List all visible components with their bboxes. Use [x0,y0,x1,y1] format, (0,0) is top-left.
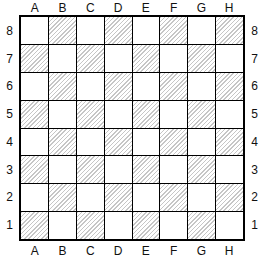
square-d4[interactable] [105,129,132,156]
rank-label-2: 2 [0,184,19,212]
square-h8[interactable] [216,17,243,44]
square-a8[interactable] [21,17,48,44]
square-e2[interactable] [133,184,160,211]
square-h6[interactable] [216,73,243,100]
square-h2[interactable] [216,184,243,211]
square-e5[interactable] [133,101,160,128]
square-f6[interactable] [160,73,187,100]
square-d3[interactable] [105,156,132,183]
rank-label-5: 5 [0,100,19,128]
square-f7[interactable] [160,45,187,72]
square-d7[interactable] [105,45,132,72]
square-a3[interactable] [21,156,48,183]
corner-top-right [245,0,264,15]
square-c6[interactable] [77,73,104,100]
square-e3[interactable] [133,156,160,183]
square-d6[interactable] [105,73,132,100]
rank-label-6: 6 [0,73,19,101]
rank-label-4: 4 [0,128,19,156]
square-a4[interactable] [21,129,48,156]
file-label-f: F [160,1,188,15]
file-label-a: A [21,244,49,258]
rank-label-8: 8 [0,17,19,45]
square-g5[interactable] [188,101,215,128]
corner-top-left [0,0,19,15]
file-label-g: G [188,1,216,15]
square-f2[interactable] [160,184,187,211]
rank-label-8: 8 [245,17,264,45]
square-d2[interactable] [105,184,132,211]
square-b6[interactable] [49,73,76,100]
square-e1[interactable] [133,212,160,239]
square-a6[interactable] [21,73,48,100]
file-label-b: B [49,1,77,15]
square-g2[interactable] [188,184,215,211]
chess-board [19,15,245,241]
square-c8[interactable] [77,17,104,44]
square-f8[interactable] [160,17,187,44]
rank-labels-left: 87654321 [0,15,19,241]
square-e6[interactable] [133,73,160,100]
square-f4[interactable] [160,129,187,156]
square-h5[interactable] [216,101,243,128]
square-g6[interactable] [188,73,215,100]
square-h4[interactable] [216,129,243,156]
square-d5[interactable] [105,101,132,128]
square-f1[interactable] [160,212,187,239]
file-label-e: E [132,244,160,258]
square-f3[interactable] [160,156,187,183]
file-label-g: G [188,244,216,258]
square-c4[interactable] [77,129,104,156]
square-a7[interactable] [21,45,48,72]
square-h1[interactable] [216,212,243,239]
square-b7[interactable] [49,45,76,72]
corner-bottom-left [0,241,19,261]
file-label-c: C [77,244,105,258]
chess-diagram: ABCDEFGH 87654321 87654321 ABCDEFGH [0,0,264,261]
rank-label-6: 6 [245,73,264,101]
square-a2[interactable] [21,184,48,211]
file-label-d: D [104,1,132,15]
file-label-b: B [49,244,77,258]
file-label-h: H [215,244,243,258]
file-label-c: C [77,1,105,15]
rank-label-5: 5 [245,100,264,128]
square-a5[interactable] [21,101,48,128]
square-c5[interactable] [77,101,104,128]
rank-label-3: 3 [245,156,264,184]
square-b4[interactable] [49,129,76,156]
square-b3[interactable] [49,156,76,183]
rank-label-1: 1 [0,211,19,239]
file-label-d: D [104,244,132,258]
rank-labels-right: 87654321 [245,15,264,241]
square-e8[interactable] [133,17,160,44]
square-b8[interactable] [49,17,76,44]
square-c1[interactable] [77,212,104,239]
file-labels-bottom: ABCDEFGH [0,241,264,261]
square-g1[interactable] [188,212,215,239]
square-b1[interactable] [49,212,76,239]
square-g8[interactable] [188,17,215,44]
file-label-a: A [21,1,49,15]
rank-label-4: 4 [245,128,264,156]
square-f5[interactable] [160,101,187,128]
square-g4[interactable] [188,129,215,156]
file-label-f: F [160,244,188,258]
rank-label-1: 1 [245,211,264,239]
square-g3[interactable] [188,156,215,183]
square-h3[interactable] [216,156,243,183]
file-label-h: H [215,1,243,15]
square-a1[interactable] [21,212,48,239]
rank-label-7: 7 [0,45,19,73]
square-c7[interactable] [77,45,104,72]
square-h7[interactable] [216,45,243,72]
square-b5[interactable] [49,101,76,128]
file-label-e: E [132,1,160,15]
corner-bottom-right [245,241,264,261]
square-c2[interactable] [77,184,104,211]
file-labels-top: ABCDEFGH [0,0,264,15]
square-e7[interactable] [133,45,160,72]
rank-label-3: 3 [0,156,19,184]
square-b2[interactable] [49,184,76,211]
rank-label-2: 2 [245,184,264,212]
square-d8[interactable] [105,17,132,44]
square-e4[interactable] [133,129,160,156]
square-c3[interactable] [77,156,104,183]
square-d1[interactable] [105,212,132,239]
rank-label-7: 7 [245,45,264,73]
square-g7[interactable] [188,45,215,72]
